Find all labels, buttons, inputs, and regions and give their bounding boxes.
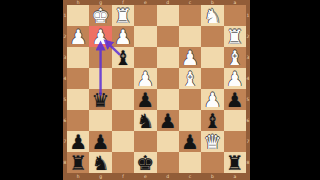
- square-f7[interactable]: [112, 131, 134, 152]
- square-c5[interactable]: [179, 89, 201, 110]
- square-f6[interactable]: [112, 110, 134, 131]
- rank-label: 7: [246, 131, 250, 152]
- square-h7[interactable]: ♟: [67, 131, 89, 152]
- piece-bR-a8[interactable]: ♜: [226, 152, 244, 172]
- square-h8[interactable]: ♜: [67, 152, 89, 173]
- piece-wB-a3[interactable]: ♝: [226, 47, 244, 67]
- square-h2[interactable]: ♟: [67, 26, 89, 47]
- piece-bN-e6[interactable]: ♞: [136, 110, 154, 130]
- piece-bB-b6[interactable]: ♝: [203, 110, 221, 130]
- square-f3[interactable]: ♝: [112, 47, 134, 68]
- square-b7[interactable]: ♛: [201, 131, 223, 152]
- rank-label: 5: [246, 89, 250, 110]
- piece-wP-g2[interactable]: ♟: [92, 26, 110, 46]
- piece-bP-h7[interactable]: ♟: [69, 131, 87, 151]
- rank-label: 3: [246, 47, 250, 68]
- rank-label: 2: [246, 26, 250, 47]
- square-a3[interactable]: ♝: [224, 47, 246, 68]
- square-g4[interactable]: [89, 68, 111, 89]
- piece-bB-f3[interactable]: ♝: [114, 47, 132, 67]
- piece-bP-e5[interactable]: ♟: [136, 89, 154, 109]
- square-a2[interactable]: ♜: [224, 26, 246, 47]
- piece-wP-h2[interactable]: ♟: [69, 26, 87, 46]
- square-c4[interactable]: ♝: [179, 68, 201, 89]
- square-d1[interactable]: [157, 5, 179, 26]
- file-labels-bottom: hgfedcba: [67, 173, 246, 180]
- square-b8[interactable]: [201, 152, 223, 173]
- square-d6[interactable]: ♟: [157, 110, 179, 131]
- rank-labels-right: 12345678: [246, 5, 250, 173]
- piece-bN-g8[interactable]: ♞: [92, 152, 110, 172]
- square-e4[interactable]: ♟: [134, 68, 156, 89]
- square-a5[interactable]: ♟: [224, 89, 246, 110]
- square-c1[interactable]: [179, 5, 201, 26]
- square-e3[interactable]: [134, 47, 156, 68]
- piece-bR-h8[interactable]: ♜: [69, 152, 87, 172]
- square-c8[interactable]: [179, 152, 201, 173]
- square-a4[interactable]: ♟: [224, 68, 246, 89]
- square-h4[interactable]: [67, 68, 89, 89]
- square-e1[interactable]: [134, 5, 156, 26]
- square-g2[interactable]: ♟: [89, 26, 111, 47]
- square-a6[interactable]: [224, 110, 246, 131]
- rank-label: 6: [246, 110, 250, 131]
- file-label: h: [67, 173, 89, 180]
- square-g6[interactable]: [89, 110, 111, 131]
- square-c7[interactable]: ♟: [179, 131, 201, 152]
- piece-wP-c3[interactable]: ♟: [181, 47, 199, 67]
- board-squares: ♚♜♞♟♟♟♜♝♟♝♟♝♟♛♟♟♟♞♟♝♟♟♟♛♜♞♚♜: [67, 5, 246, 173]
- rank-label: 8: [246, 152, 250, 173]
- square-e7[interactable]: [134, 131, 156, 152]
- square-b1[interactable]: ♞: [201, 5, 223, 26]
- piece-bK-e8[interactable]: ♚: [136, 152, 154, 172]
- square-g3[interactable]: [89, 47, 111, 68]
- file-label: e: [134, 173, 156, 180]
- square-d8[interactable]: [157, 152, 179, 173]
- square-f4[interactable]: [112, 68, 134, 89]
- square-a1[interactable]: [224, 5, 246, 26]
- square-h1[interactable]: [67, 5, 89, 26]
- piece-wP-f2[interactable]: ♟: [114, 26, 132, 46]
- square-e8[interactable]: ♚: [134, 152, 156, 173]
- square-b3[interactable]: [201, 47, 223, 68]
- square-b5[interactable]: ♟: [201, 89, 223, 110]
- piece-bQ-g5[interactable]: ♛: [92, 89, 110, 109]
- square-g8[interactable]: ♞: [89, 152, 111, 173]
- square-d2[interactable]: [157, 26, 179, 47]
- piece-bP-a5[interactable]: ♟: [226, 89, 244, 109]
- square-d4[interactable]: [157, 68, 179, 89]
- square-c2[interactable]: [179, 26, 201, 47]
- piece-bP-c7[interactable]: ♟: [181, 131, 199, 151]
- square-b6[interactable]: ♝: [201, 110, 223, 131]
- square-c6[interactable]: [179, 110, 201, 131]
- piece-wP-e4[interactable]: ♟: [136, 68, 154, 88]
- square-h6[interactable]: [67, 110, 89, 131]
- square-b2[interactable]: [201, 26, 223, 47]
- screenshot-stage: hgfedcba hgfedcba 12345678 12345678 ♚♜♞♟…: [0, 0, 320, 180]
- square-g5[interactable]: ♛: [89, 89, 111, 110]
- file-label: d: [157, 173, 179, 180]
- piece-wK-g1[interactable]: ♚: [92, 5, 110, 25]
- square-c3[interactable]: ♟: [179, 47, 201, 68]
- square-e6[interactable]: ♞: [134, 110, 156, 131]
- square-e2[interactable]: [134, 26, 156, 47]
- square-g7[interactable]: ♟: [89, 131, 111, 152]
- square-h3[interactable]: [67, 47, 89, 68]
- file-label: f: [112, 173, 134, 180]
- square-d5[interactable]: [157, 89, 179, 110]
- square-h5[interactable]: [67, 89, 89, 110]
- square-f1[interactable]: ♜: [112, 5, 134, 26]
- piece-wR-a2[interactable]: ♜: [226, 26, 244, 46]
- file-label: c: [179, 173, 201, 180]
- file-label: b: [201, 173, 223, 180]
- square-f8[interactable]: [112, 152, 134, 173]
- piece-bP-g7[interactable]: ♟: [92, 131, 110, 151]
- square-a7[interactable]: [224, 131, 246, 152]
- piece-wP-b5[interactable]: ♟: [203, 89, 221, 109]
- piece-wQ-b7[interactable]: ♛: [203, 131, 221, 151]
- file-label: g: [89, 173, 111, 180]
- square-a8[interactable]: ♜: [224, 152, 246, 173]
- rank-label: 1: [246, 5, 250, 26]
- square-e5[interactable]: ♟: [134, 89, 156, 110]
- piece-bP-d6[interactable]: ♟: [159, 110, 177, 130]
- square-d7[interactable]: [157, 131, 179, 152]
- square-d3[interactable]: [157, 47, 179, 68]
- piece-wN-b1[interactable]: ♞: [203, 5, 221, 25]
- square-f5[interactable]: [112, 89, 134, 110]
- square-g1[interactable]: ♚: [89, 5, 111, 26]
- square-b4[interactable]: [201, 68, 223, 89]
- chess-board: hgfedcba hgfedcba 12345678 12345678 ♚♜♞♟…: [63, 0, 250, 180]
- piece-wR-f1[interactable]: ♜: [114, 5, 132, 25]
- piece-wP-a4[interactable]: ♟: [226, 68, 244, 88]
- piece-wB-c4[interactable]: ♝: [181, 68, 199, 88]
- rank-label: 4: [246, 68, 250, 89]
- square-f2[interactable]: ♟: [112, 26, 134, 47]
- file-label: a: [224, 173, 246, 180]
